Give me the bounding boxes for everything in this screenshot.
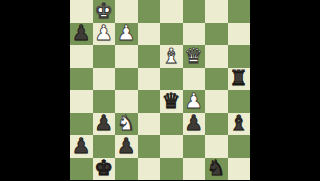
square-e6[interactable]: ♝ [160,45,183,68]
square-g8[interactable] [205,0,228,23]
letterbox-right-bar [250,0,320,180]
square-f6[interactable]: ♛ [183,45,206,68]
square-h6[interactable] [228,45,251,68]
square-b3[interactable]: ♟ [93,113,116,136]
black-rook-piece[interactable]: ♜ [229,68,248,89]
square-c2[interactable]: ♟ [115,135,138,158]
black-pawn-piece[interactable]: ♟ [117,135,136,156]
square-h5[interactable]: ♜ [228,68,251,91]
black-pawn-piece[interactable]: ♟ [72,23,91,44]
square-a5[interactable] [70,68,93,91]
square-g7[interactable] [205,23,228,46]
square-a3[interactable] [70,113,93,136]
square-g1[interactable]: ♞ [205,158,228,181]
black-pawn-piece[interactable]: ♟ [72,135,91,156]
square-f7[interactable] [183,23,206,46]
square-f8[interactable] [183,0,206,23]
square-f2[interactable] [183,135,206,158]
square-b7[interactable]: ♟ [93,23,116,46]
square-f5[interactable] [183,68,206,91]
square-e1[interactable] [160,158,183,181]
black-bishop-piece[interactable]: ♝ [229,113,248,134]
square-g3[interactable] [205,113,228,136]
square-a1[interactable] [70,158,93,181]
square-c1[interactable] [115,158,138,181]
square-a8[interactable] [70,0,93,23]
square-d6[interactable] [138,45,161,68]
square-c4[interactable] [115,90,138,113]
square-d2[interactable] [138,135,161,158]
square-c3[interactable]: ♞ [115,113,138,136]
black-knight-piece[interactable]: ♞ [207,158,226,179]
square-a6[interactable] [70,45,93,68]
square-d1[interactable] [138,158,161,181]
square-a7[interactable]: ♟ [70,23,93,46]
white-knight-piece[interactable]: ♞ [117,113,136,134]
square-h3[interactable]: ♝ [228,113,251,136]
square-d4[interactable] [138,90,161,113]
square-a4[interactable] [70,90,93,113]
black-king-piece[interactable]: ♚ [94,158,113,179]
square-c6[interactable] [115,45,138,68]
square-e4[interactable]: ♛ [160,90,183,113]
white-pawn-piece[interactable]: ♟ [184,90,203,111]
square-g5[interactable] [205,68,228,91]
square-h8[interactable] [228,0,251,23]
white-queen-piece[interactable]: ♛ [184,45,203,66]
square-b2[interactable] [93,135,116,158]
black-pawn-piece[interactable]: ♟ [184,113,203,134]
white-bishop-piece[interactable]: ♝ [162,45,181,66]
square-b1[interactable]: ♚ [93,158,116,181]
square-g6[interactable] [205,45,228,68]
square-f1[interactable] [183,158,206,181]
square-f3[interactable]: ♟ [183,113,206,136]
square-h7[interactable] [228,23,251,46]
square-b5[interactable] [93,68,116,91]
square-f4[interactable]: ♟ [183,90,206,113]
square-h1[interactable] [228,158,251,181]
square-e8[interactable] [160,0,183,23]
square-e2[interactable] [160,135,183,158]
black-pawn-piece[interactable]: ♟ [94,113,113,134]
square-e5[interactable] [160,68,183,91]
letterbox-left-bar [0,0,70,180]
square-e7[interactable] [160,23,183,46]
square-h4[interactable] [228,90,251,113]
video-frame: ♚♟♟♟♝♛♜♛♟♟♞♟♝♟♟♚♞ [0,0,320,180]
square-h2[interactable] [228,135,251,158]
square-d7[interactable] [138,23,161,46]
square-b8[interactable]: ♚ [93,0,116,23]
black-queen-piece[interactable]: ♛ [162,90,181,111]
square-a2[interactable]: ♟ [70,135,93,158]
white-king-piece[interactable]: ♚ [94,0,113,21]
chess-board: ♚♟♟♟♝♛♜♛♟♟♞♟♝♟♟♚♞ [70,0,250,180]
square-c7[interactable]: ♟ [115,23,138,46]
square-c8[interactable] [115,0,138,23]
square-b6[interactable] [93,45,116,68]
square-d5[interactable] [138,68,161,91]
square-g4[interactable] [205,90,228,113]
white-pawn-piece[interactable]: ♟ [94,23,113,44]
square-g2[interactable] [205,135,228,158]
square-e3[interactable] [160,113,183,136]
square-d3[interactable] [138,113,161,136]
square-b4[interactable] [93,90,116,113]
square-c5[interactable] [115,68,138,91]
white-pawn-piece[interactable]: ♟ [117,23,136,44]
square-d8[interactable] [138,0,161,23]
